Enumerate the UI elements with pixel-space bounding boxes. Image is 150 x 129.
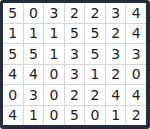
cell-r2c0[interactable]: 5 [3, 44, 23, 64]
cell-r5c6[interactable]: 2 [126, 106, 146, 126]
cell-r4c5[interactable]: 4 [106, 85, 126, 105]
cell-r2c3[interactable]: 3 [65, 44, 85, 64]
cell-r3c5[interactable]: 2 [106, 65, 126, 85]
cell-r5c5[interactable]: 1 [106, 106, 126, 126]
cell-r1c4[interactable]: 5 [85, 24, 105, 44]
cell-r4c0[interactable]: 0 [3, 85, 23, 105]
cell-r5c4[interactable]: 0 [85, 106, 105, 126]
cell-r4c2[interactable]: 0 [44, 85, 64, 105]
cell-r3c6[interactable]: 0 [126, 65, 146, 85]
cell-r0c5[interactable]: 3 [106, 3, 126, 23]
cell-r0c3[interactable]: 2 [65, 3, 85, 23]
cell-r1c1[interactable]: 1 [24, 24, 44, 44]
cell-r5c3[interactable]: 5 [65, 106, 85, 126]
cell-r1c5[interactable]: 2 [106, 24, 126, 44]
cell-r5c1[interactable]: 1 [24, 106, 44, 126]
dominosa-grid: 5032234111552455135334403120030224441050… [3, 3, 146, 125]
cell-r3c3[interactable]: 3 [65, 65, 85, 85]
cell-r3c4[interactable]: 1 [85, 65, 105, 85]
cell-r1c0[interactable]: 1 [3, 24, 23, 44]
cell-r2c4[interactable]: 5 [85, 44, 105, 64]
cell-r2c5[interactable]: 3 [106, 44, 126, 64]
cell-r3c1[interactable]: 4 [24, 65, 44, 85]
cell-r4c1[interactable]: 3 [24, 85, 44, 105]
cell-r2c6[interactable]: 3 [126, 44, 146, 64]
cell-r0c6[interactable]: 4 [126, 3, 146, 23]
cell-r0c0[interactable]: 5 [3, 3, 23, 23]
dominosa-board-frame: 5032234111552455135334403120030224441050… [0, 0, 150, 129]
cell-r0c1[interactable]: 0 [24, 3, 44, 23]
cell-r5c2[interactable]: 0 [44, 106, 64, 126]
cell-r2c2[interactable]: 1 [44, 44, 64, 64]
cell-r2c1[interactable]: 5 [24, 44, 44, 64]
cell-r5c0[interactable]: 4 [3, 106, 23, 126]
cell-r3c0[interactable]: 4 [3, 65, 23, 85]
cell-r1c6[interactable]: 4 [126, 24, 146, 44]
cell-r1c2[interactable]: 1 [44, 24, 64, 44]
cell-r4c6[interactable]: 4 [126, 85, 146, 105]
cell-r4c3[interactable]: 2 [65, 85, 85, 105]
cell-r0c2[interactable]: 3 [44, 3, 64, 23]
cell-r0c4[interactable]: 2 [85, 3, 105, 23]
cell-r3c2[interactable]: 0 [44, 65, 64, 85]
cell-r1c3[interactable]: 5 [65, 24, 85, 44]
cell-r4c4[interactable]: 2 [85, 85, 105, 105]
